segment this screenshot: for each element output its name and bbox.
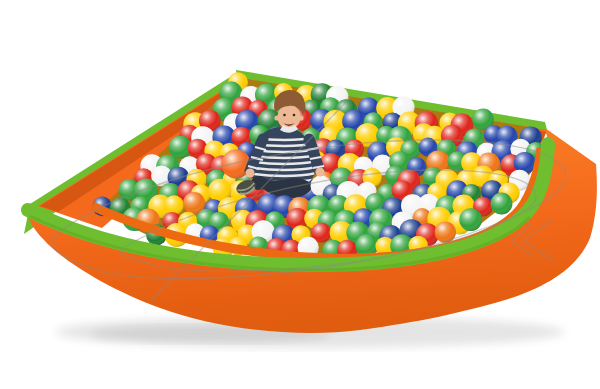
child-eye-right: [293, 114, 296, 117]
photo-frame: [0, 0, 600, 389]
play-ball-shine: [459, 208, 482, 231]
child-hand-right: [315, 167, 324, 176]
child-hand-left: [245, 168, 254, 177]
child-eye-left: [283, 114, 286, 117]
ball-pool-photo: [0, 0, 600, 389]
play-ball-shine: [491, 193, 513, 215]
play-ball-shine: [164, 195, 184, 215]
